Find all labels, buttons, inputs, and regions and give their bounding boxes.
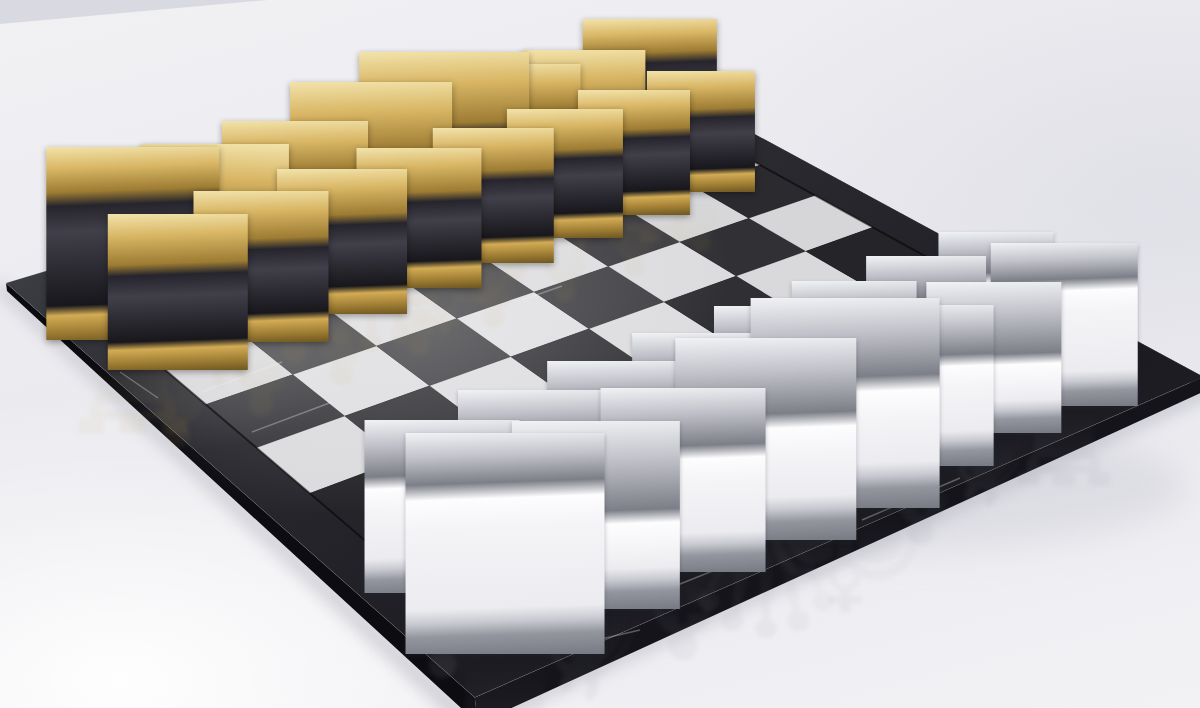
chess-board	[0, 0, 1200, 708]
chess-set-photo: ♜♞♟♝♟♚♟♛♟♝♟♞♟♜♟♟♟♟♜♟♞♟♝♟♚♟♛♟♝♟♞♜ ♜♞♟♝♟♚♟…	[0, 0, 1200, 708]
